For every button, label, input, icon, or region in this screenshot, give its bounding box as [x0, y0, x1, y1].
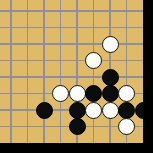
white-stone[interactable]	[102, 102, 119, 119]
grid-horizontal-line	[0, 10, 143, 12]
background-below-board	[0, 143, 153, 153]
go-app-screenshot	[0, 0, 153, 153]
white-stone[interactable]	[69, 85, 86, 102]
white-stone[interactable]	[85, 52, 102, 69]
black-stone[interactable]	[85, 85, 102, 102]
grid-vertical-line	[10, 0, 12, 143]
grid-horizontal-line	[0, 43, 143, 45]
black-stone[interactable]	[36, 102, 53, 119]
grid-vertical-line	[27, 0, 29, 143]
background-right-of-board	[143, 0, 153, 153]
black-stone[interactable]	[118, 102, 135, 119]
go-board[interactable]	[0, 0, 143, 143]
grid-vertical-line	[93, 0, 95, 143]
grid-horizontal-line	[0, 76, 143, 78]
white-stone[interactable]	[118, 85, 135, 102]
grid-vertical-line	[43, 0, 45, 143]
grid-horizontal-line	[0, 27, 143, 29]
black-stone[interactable]	[69, 118, 86, 135]
white-stone[interactable]	[118, 118, 135, 135]
white-stone[interactable]	[102, 36, 119, 53]
white-stone[interactable]	[85, 102, 102, 119]
black-stone[interactable]	[102, 85, 119, 102]
black-stone[interactable]	[102, 69, 119, 86]
grid-horizontal-line	[0, 60, 143, 62]
black-stone[interactable]	[69, 102, 86, 119]
white-stone[interactable]	[52, 85, 69, 102]
grid-vertical-line	[60, 0, 62, 143]
